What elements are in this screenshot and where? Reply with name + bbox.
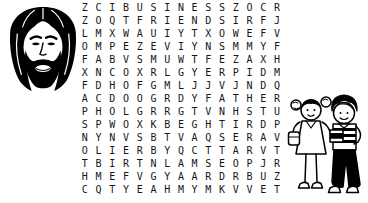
grid-cell-r14c7[interactable]: Y [160, 171, 174, 184]
jesus-illustration [4, 4, 82, 92]
grid-cell-r11c3[interactable]: N [105, 131, 119, 144]
grid-cell-r15c13[interactable]: V [243, 184, 257, 197]
grid-cell-r6c8[interactable]: G [174, 66, 188, 79]
grid-cell-r6c14[interactable]: D [256, 66, 270, 79]
grid-cell-r13c7[interactable]: L [160, 158, 174, 171]
grid-cell-r7c9[interactable]: J [188, 79, 202, 92]
grid-cell-r11c8[interactable]: V [174, 131, 188, 144]
grid-cell-r14c1[interactable]: H [78, 171, 92, 184]
grid-cell-r8c9[interactable]: Y [188, 92, 202, 105]
grid-cell-r7c1[interactable]: F [78, 79, 92, 92]
grid-cell-r4c5[interactable]: Z [133, 40, 147, 53]
grid-cell-r11c2[interactable]: Y [92, 131, 106, 144]
grid-cell-r11c10[interactable]: Q [201, 131, 215, 144]
grid-cell-r13c15[interactable]: R [270, 158, 284, 171]
grid-cell-r8c3[interactable]: D [105, 92, 119, 105]
grid-cell-r8c13[interactable]: H [243, 92, 257, 105]
grid-cell-r12c9[interactable]: C [188, 145, 202, 158]
grid-cell-r15c3[interactable]: T [105, 184, 119, 197]
grid-cell-r3c10[interactable]: X [201, 27, 215, 40]
grid-cell-r13c4[interactable]: R [119, 158, 133, 171]
grid-cell-r11c9[interactable]: A [188, 131, 202, 144]
grid-cell-r3c12[interactable]: W [229, 27, 243, 40]
grid-cell-r10c15[interactable]: P [270, 118, 284, 131]
grid-cell-r7c4[interactable]: O [119, 79, 133, 92]
grid-cell-r4c3[interactable]: P [105, 40, 119, 53]
grid-cell-r11c14[interactable]: A [256, 131, 270, 144]
grid-cell-r15c10[interactable]: M [201, 184, 215, 197]
grid-cell-r4c11[interactable]: S [215, 40, 229, 53]
grid-cell-r12c11[interactable]: T [215, 145, 229, 158]
grid-cell-r13c12[interactable]: O [229, 158, 243, 171]
grid-cell-r7c7[interactable]: M [160, 79, 174, 92]
grid-cell-r15c2[interactable]: Q [92, 184, 106, 197]
grid-cell-r2c13[interactable]: R [243, 14, 257, 27]
grid-cell-r4c4[interactable]: E [119, 40, 133, 53]
grid-cell-r9c5[interactable]: G [133, 105, 147, 118]
grid-cell-r11c5[interactable]: S [133, 131, 147, 144]
grid-cell-r2c6[interactable]: R [147, 14, 161, 27]
grid-cell-r11c1[interactable]: N [78, 131, 92, 144]
grid-cell-r12c3[interactable]: I [105, 145, 119, 158]
grid-cell-r10c10[interactable]: H [201, 118, 215, 131]
grid-cell-r8c12[interactable]: T [229, 92, 243, 105]
grid-cell-r8c6[interactable]: G [147, 92, 161, 105]
grid-cell-r15c12[interactable]: V [229, 184, 243, 197]
grid-cell-r7c2[interactable]: D [92, 79, 106, 92]
grid-cell-r14c12[interactable]: R [229, 171, 243, 184]
grid-cell-r11c13[interactable]: R [243, 131, 257, 144]
grid-cell-r6c6[interactable]: R [147, 66, 161, 79]
grid-cell-r12c14[interactable]: V [256, 145, 270, 158]
grid-cell-r9c11[interactable]: N [215, 105, 229, 118]
grid-cell-r5c1[interactable]: F [78, 53, 92, 66]
grid-cell-r10c7[interactable]: B [160, 118, 174, 131]
grid-cell-r5c8[interactable]: W [174, 53, 188, 66]
grid-cell-r2c3[interactable]: Q [105, 14, 119, 27]
grid-cell-r2c5[interactable]: F [133, 14, 147, 27]
grid-cell-r12c12[interactable]: A [229, 145, 243, 158]
grid-cell-r10c12[interactable]: I [229, 118, 243, 131]
grid-cell-r14c6[interactable]: G [147, 171, 161, 184]
grid-cell-r15c5[interactable]: E [133, 184, 147, 197]
grid-cell-r7c3[interactable]: H [105, 79, 119, 92]
grid-cell-r14c4[interactable]: F [119, 171, 133, 184]
grid-cell-r9c15[interactable]: U [270, 105, 284, 118]
grid-cell-r3c8[interactable]: Y [174, 27, 188, 40]
grid-cell-r10c9[interactable]: G [188, 118, 202, 131]
grid-cell-r9c4[interactable]: L [119, 105, 133, 118]
grid-cell-r13c5[interactable]: T [133, 158, 147, 171]
grid-cell-r2c12[interactable]: I [229, 14, 243, 27]
grid-cell-r6c2[interactable]: N [92, 66, 106, 79]
children-illustration [286, 92, 366, 202]
grid-cell-r1c1[interactable]: Z [78, 1, 92, 14]
grid-cell-r10c6[interactable]: K [147, 118, 161, 131]
grid-cell-r7c15[interactable]: Q [270, 79, 284, 92]
grid-cell-r9c1[interactable]: P [78, 105, 92, 118]
grid-cell-r1c15[interactable]: R [270, 1, 284, 14]
grid-cell-r12c7[interactable]: Y [160, 145, 174, 158]
grid-cell-r13c1[interactable]: T [78, 158, 92, 171]
grid-cell-r2c4[interactable]: T [119, 14, 133, 27]
grid-cell-r13c14[interactable]: J [256, 158, 270, 171]
grid-cell-r4c8[interactable]: I [174, 40, 188, 53]
grid-cell-r15c11[interactable]: K [215, 184, 229, 197]
grid-cell-r1c9[interactable]: E [188, 1, 202, 14]
grid-cell-r12c4[interactable]: E [119, 145, 133, 158]
grid-cell-r3c2[interactable]: M [92, 27, 106, 40]
grid-cell-r8c8[interactable]: D [174, 92, 188, 105]
grid-cell-r10c8[interactable]: E [174, 118, 188, 131]
grid-cell-r8c1[interactable]: A [78, 92, 92, 105]
grid-cell-r7c8[interactable]: L [174, 79, 188, 92]
grid-cell-r3c9[interactable]: T [188, 27, 202, 40]
grid-cell-r5c6[interactable]: M [147, 53, 161, 66]
grid-cell-r9c14[interactable]: T [256, 105, 270, 118]
grid-cell-r5c13[interactable]: A [243, 53, 257, 66]
grid-cell-r4c14[interactable]: Y [256, 40, 270, 53]
grid-cell-r2c10[interactable]: D [201, 14, 215, 27]
grid-cell-r1c7[interactable]: I [160, 1, 174, 14]
grid-cell-r14c11[interactable]: D [215, 171, 229, 184]
grid-cell-r10c11[interactable]: T [215, 118, 229, 131]
grid-cell-r9c13[interactable]: S [243, 105, 257, 118]
grid-cell-r2c14[interactable]: F [256, 14, 270, 27]
grid-cell-r2c9[interactable]: N [188, 14, 202, 27]
grid-cell-r7c11[interactable]: V [215, 79, 229, 92]
grid-cell-r11c4[interactable]: V [119, 131, 133, 144]
grid-cell-r13c2[interactable]: B [92, 158, 106, 171]
grid-cell-r12c6[interactable]: B [147, 145, 161, 158]
grid-cell-r3c1[interactable]: L [78, 27, 92, 40]
grid-cell-r12c5[interactable]: R [133, 145, 147, 158]
grid-cell-r9c8[interactable]: G [174, 105, 188, 118]
grid-cell-r7c12[interactable]: J [229, 79, 243, 92]
grid-cell-r2c1[interactable]: Z [78, 14, 92, 27]
grid-cell-r5c15[interactable]: H [270, 53, 284, 66]
grid-cell-r6c12[interactable]: P [229, 66, 243, 79]
grid-cell-r1c5[interactable]: U [133, 1, 147, 14]
grid-cell-r3c7[interactable]: I [160, 27, 174, 40]
grid-cell-r2c7[interactable]: I [160, 14, 174, 27]
grid-cell-r3c4[interactable]: W [119, 27, 133, 40]
grid-cell-r4c2[interactable]: M [92, 40, 106, 53]
grid-cell-r5c5[interactable]: S [133, 53, 147, 66]
grid-cell-r10c13[interactable]: R [243, 118, 257, 131]
grid-cell-r1c12[interactable]: Z [229, 1, 243, 14]
grid-cell-r8c11[interactable]: A [215, 92, 229, 105]
grid-cell-r6c15[interactable]: M [270, 66, 284, 79]
grid-cell-r12c2[interactable]: L [92, 145, 106, 158]
grid-cell-r1c14[interactable]: C [256, 1, 270, 14]
grid-cell-r4c9[interactable]: Y [188, 40, 202, 53]
grid-cell-r5c7[interactable]: U [160, 53, 174, 66]
grid-cell-r9c10[interactable]: V [201, 105, 215, 118]
grid-cell-r12c15[interactable]: T [270, 145, 284, 158]
grid-cell-r5c4[interactable]: V [119, 53, 133, 66]
grid-cell-r14c5[interactable]: V [133, 171, 147, 184]
grid-cell-r11c15[interactable]: V [270, 131, 284, 144]
grid-cell-r2c11[interactable]: S [215, 14, 229, 27]
grid-cell-r1c6[interactable]: S [147, 1, 161, 14]
grid-cell-r6c4[interactable]: O [119, 66, 133, 79]
grid-cell-r13c11[interactable]: E [215, 158, 229, 171]
grid-cell-r13c3[interactable]: I [105, 158, 119, 171]
grid-cell-r14c13[interactable]: B [243, 171, 257, 184]
grid-cell-r12c10[interactable]: T [201, 145, 215, 158]
grid-cell-r15c1[interactable]: C [78, 184, 92, 197]
grid-cell-r1c3[interactable]: I [105, 1, 119, 14]
grid-cell-r9c6[interactable]: R [147, 105, 161, 118]
grid-cell-r4c13[interactable]: M [243, 40, 257, 53]
grid-cell-r2c15[interactable]: J [270, 14, 284, 27]
grid-cell-r14c14[interactable]: U [256, 171, 270, 184]
grid-cell-r4c1[interactable]: O [78, 40, 92, 53]
grid-cell-r1c2[interactable]: C [92, 1, 106, 14]
grid-cell-r3c6[interactable]: U [147, 27, 161, 40]
grid-cell-r5c2[interactable]: A [92, 53, 106, 66]
grid-cell-r15c6[interactable]: A [147, 184, 161, 197]
grid-cell-r13c9[interactable]: M [188, 158, 202, 171]
grid-cell-r12c8[interactable]: Q [174, 145, 188, 158]
grid-cell-r12c1[interactable]: O [78, 145, 92, 158]
grid-cell-r1c4[interactable]: B [119, 1, 133, 14]
grid-cell-r13c8[interactable]: A [174, 158, 188, 171]
grid-cell-r5c10[interactable]: F [201, 53, 215, 66]
grid-cell-r5c3[interactable]: B [105, 53, 119, 66]
grid-cell-r13c13[interactable]: P [243, 158, 257, 171]
grid-cell-r9c12[interactable]: H [229, 105, 243, 118]
grid-cell-r3c13[interactable]: E [243, 27, 257, 40]
grid-cell-r4c15[interactable]: F [270, 40, 284, 53]
grid-cell-r5c12[interactable]: Z [229, 53, 243, 66]
grid-cell-r7c10[interactable]: J [201, 79, 215, 92]
grid-cell-r9c3[interactable]: O [105, 105, 119, 118]
grid-cell-r15c9[interactable]: Y [188, 184, 202, 197]
grid-cell-r8c14[interactable]: E [256, 92, 270, 105]
grid-cell-r8c5[interactable]: O [133, 92, 147, 105]
grid-cell-r4c12[interactable]: M [229, 40, 243, 53]
grid-cell-r10c14[interactable]: D [256, 118, 270, 131]
grid-cell-r14c15[interactable]: Z [270, 171, 284, 184]
grid-cell-r1c10[interactable]: S [201, 1, 215, 14]
grid-cell-r5c9[interactable]: T [188, 53, 202, 66]
grid-cell-r3c11[interactable]: O [215, 27, 229, 40]
grid-cell-r7c14[interactable]: D [256, 79, 270, 92]
grid-cell-r3c5[interactable]: A [133, 27, 147, 40]
grid-cell-r10c4[interactable]: O [119, 118, 133, 131]
grid-cell-r14c3[interactable]: E [105, 171, 119, 184]
grid-cell-r6c13[interactable]: I [243, 66, 257, 79]
grid-cell-r6c7[interactable]: L [160, 66, 174, 79]
grid-cell-r11c11[interactable]: S [215, 131, 229, 144]
grid-cell-r14c10[interactable]: R [201, 171, 215, 184]
grid-cell-r10c5[interactable]: X [133, 118, 147, 131]
grid-cell-r4c10[interactable]: N [201, 40, 215, 53]
grid-cell-r6c5[interactable]: X [133, 66, 147, 79]
grid-cell-r6c1[interactable]: X [78, 66, 92, 79]
grid-cell-r6c10[interactable]: E [201, 66, 215, 79]
grid-cell-r8c10[interactable]: F [201, 92, 215, 105]
grid-cell-r1c8[interactable]: N [174, 1, 188, 14]
grid-cell-r14c2[interactable]: M [92, 171, 106, 184]
grid-cell-r9c9[interactable]: T [188, 105, 202, 118]
grid-cell-r11c7[interactable]: T [160, 131, 174, 144]
grid-cell-r5c14[interactable]: X [256, 53, 270, 66]
grid-cell-r10c3[interactable]: W [105, 118, 119, 131]
grid-cell-r6c9[interactable]: Y [188, 66, 202, 79]
word-grid: ZCIBUSINESSZOCRZOQTFRIENDSIRFJLMXWAUIYTX… [78, 1, 284, 197]
grid-cell-r7c5[interactable]: F [133, 79, 147, 92]
grid-cell-r4c6[interactable]: E [147, 40, 161, 53]
grid-cell-r8c15[interactable]: R [270, 92, 284, 105]
grid-cell-r1c11[interactable]: S [215, 1, 229, 14]
grid-cell-r13c10[interactable]: S [201, 158, 215, 171]
grid-cell-r15c14[interactable]: E [256, 184, 270, 197]
grid-cell-r15c7[interactable]: H [160, 184, 174, 197]
grid-cell-r4c7[interactable]: V [160, 40, 174, 53]
grid-cell-r9c7[interactable]: R [160, 105, 174, 118]
grid-cell-r6c11[interactable]: R [215, 66, 229, 79]
grid-cell-r10c2[interactable]: P [92, 118, 106, 131]
grid-cell-r5c11[interactable]: E [215, 53, 229, 66]
grid-cell-r14c8[interactable]: A [174, 171, 188, 184]
grid-cell-r8c2[interactable]: C [92, 92, 106, 105]
grid-cell-r12c13[interactable]: R [243, 145, 257, 158]
grid-cell-r7c6[interactable]: G [147, 79, 161, 92]
grid-cell-r3c14[interactable]: F [256, 27, 270, 40]
grid-cell-r7c13[interactable]: N [243, 79, 257, 92]
grid-cell-r3c15[interactable]: V [270, 27, 284, 40]
grid-cell-r11c6[interactable]: B [147, 131, 161, 144]
grid-cell-r15c4[interactable]: Y [119, 184, 133, 197]
grid-cell-r2c2[interactable]: O [92, 14, 106, 27]
grid-cell-r2c8[interactable]: E [174, 14, 188, 27]
grid-cell-r3c3[interactable]: X [105, 27, 119, 40]
grid-cell-r1c13[interactable]: O [243, 1, 257, 14]
grid-cell-r8c7[interactable]: R [160, 92, 174, 105]
grid-cell-r15c15[interactable]: T [270, 184, 284, 197]
word-search-puzzle: ZCIBUSINESSZOCRZOQTFRIENDSIRFJLMXWAUIYTX… [0, 0, 368, 203]
grid-cell-r8c4[interactable]: O [119, 92, 133, 105]
grid-cell-r13c6[interactable]: N [147, 158, 161, 171]
grid-cell-r15c8[interactable]: M [174, 184, 188, 197]
grid-cell-r14c9[interactable]: A [188, 171, 202, 184]
grid-cell-r11c12[interactable]: E [229, 131, 243, 144]
grid-cell-r10c1[interactable]: S [78, 118, 92, 131]
grid-cell-r9c2[interactable]: H [92, 105, 106, 118]
grid-cell-r6c3[interactable]: C [105, 66, 119, 79]
